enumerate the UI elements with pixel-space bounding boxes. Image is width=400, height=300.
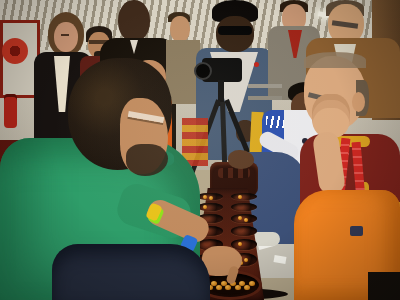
- right-player-hair-fringe: [304, 52, 366, 68]
- suit-man-head: [118, 0, 150, 42]
- dark-corner-bottom-right: [368, 272, 400, 300]
- photo-oware-match: [0, 0, 400, 300]
- left-player-jeans: [52, 244, 210, 300]
- player-left: [0, 52, 252, 300]
- right-player-hand-on-chin: [312, 94, 350, 138]
- woman-eye: [61, 34, 69, 36]
- player-right: [280, 50, 400, 300]
- woman-face: [54, 22, 78, 52]
- right-player-ear: [352, 92, 365, 112]
- pants-label-patch: [350, 226, 363, 236]
